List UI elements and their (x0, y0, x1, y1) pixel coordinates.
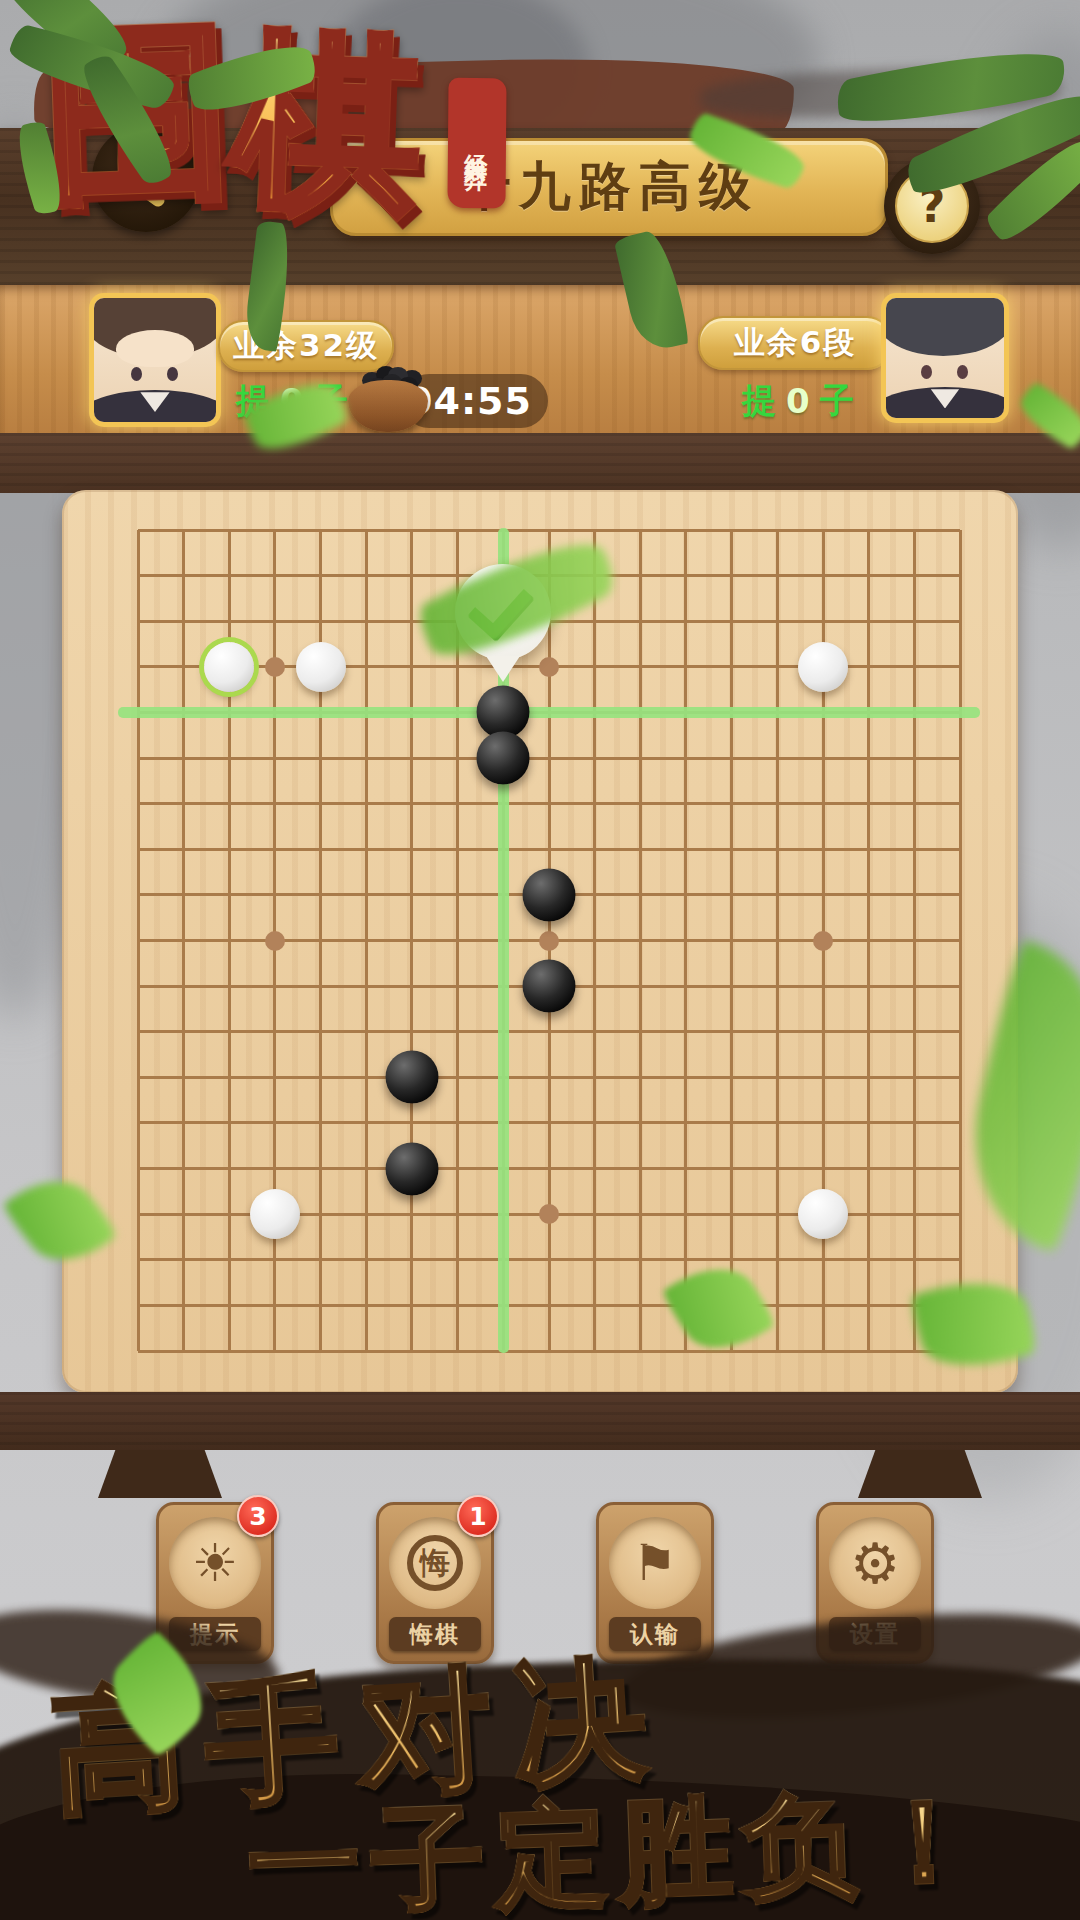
stone-white-Q4 (798, 1189, 848, 1239)
app-screen: 十九路高级 围 棋 经典对弈 ? 业余32级 提 0 子 04:55 业余6段 … (0, 0, 1080, 1920)
stone-white-Q16 (798, 642, 848, 692)
slogan-line-2: 一子定胜负！ (246, 1765, 995, 1920)
grid-line (959, 530, 962, 1351)
seal-text: 经典对弈 (461, 135, 492, 151)
hint-count-badge: 3 (237, 1495, 279, 1537)
gear-icon: ⚙ (850, 1531, 900, 1596)
table-leg (858, 1450, 982, 1498)
star-point (539, 931, 559, 951)
stone-white-C16 (204, 642, 254, 692)
grid-line (138, 1167, 960, 1170)
grid-line (138, 1076, 960, 1079)
table-edge-bottom (0, 1392, 1080, 1450)
grid-line (138, 1030, 960, 1033)
right-player-rank-badge: 业余6段 (698, 316, 892, 370)
right-player-avatar[interactable] (886, 298, 1004, 418)
left-player-rank-badge: 业余32级 (218, 320, 394, 372)
star-point (539, 657, 559, 677)
undo-count-badge: 1 (457, 1495, 499, 1537)
grid-line (867, 530, 870, 1351)
stone-black-G5 (385, 1142, 438, 1195)
grid-line (776, 530, 779, 1351)
board-grid[interactable] (138, 530, 960, 1351)
stone-black-G7 (385, 1051, 438, 1104)
grid-line (684, 530, 687, 1351)
stone-black-J14 (477, 732, 530, 785)
grid-line (138, 1350, 960, 1353)
classic-match-seal: 经典对弈 (447, 78, 506, 209)
stone-black-K9 (523, 960, 576, 1013)
grid-line (593, 530, 596, 1351)
star-point (539, 1204, 559, 1224)
stone-black-K11 (523, 868, 576, 921)
right-player-captures: 提 0 子 (742, 378, 854, 424)
grid-line (138, 1258, 960, 1261)
undo-icon: 悔 (407, 1535, 463, 1591)
grid-line (639, 530, 642, 1351)
grid-line (138, 1304, 960, 1307)
star-point (813, 931, 833, 951)
left-player-avatar[interactable] (94, 298, 216, 422)
star-point (265, 931, 285, 951)
table-edge-top (0, 433, 1080, 493)
resign-flag-icon: ⚑ (633, 1534, 678, 1592)
grid-line (138, 1121, 960, 1124)
logo-char: 棋 (228, 15, 424, 251)
stone-bowl-icon (348, 366, 428, 432)
last-move-highlight-row (118, 707, 980, 718)
star-point (265, 657, 285, 677)
table-leg (98, 1450, 222, 1498)
stone-white-E16 (296, 642, 346, 692)
lightbulb-icon: ☀ (192, 1533, 239, 1593)
stone-white-D4 (250, 1189, 300, 1239)
grid-line (913, 530, 916, 1351)
grid-line (730, 530, 733, 1351)
right-player-rank: 业余6段 (734, 322, 857, 364)
